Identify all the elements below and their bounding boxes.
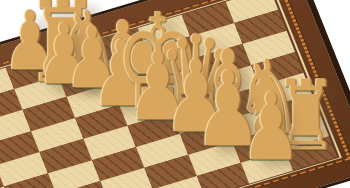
chess-set-photo: ♟♜♞♟♟♝♟♚♟♛♟♝♟♞♟♜ [0, 0, 350, 188]
piece-white-pawn-h: ♟ [241, 81, 301, 174]
pieces-layer: ♟♜♞♟♟♝♟♚♟♛♟♝♟♞♟♜ [0, 0, 350, 188]
